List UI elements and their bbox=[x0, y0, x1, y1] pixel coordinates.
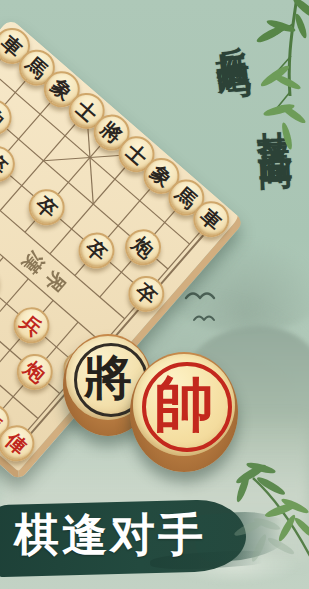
calligraphy-column-1: 兵挺炮鸣 bbox=[205, 18, 253, 51]
title-banner: 棋逢对手 bbox=[0, 494, 309, 589]
red-ring bbox=[142, 362, 232, 452]
xiangqi-promo-screen: 兵挺炮鸣 技艺盖世间 楚河 漢界 車馬象士將士象馬車炮炮卒卒卒卒卒兵兵兵兵兵炮炮… bbox=[0, 0, 309, 589]
featured-red-general-piece[interactable]: 帥 bbox=[130, 352, 238, 472]
birds-icon bbox=[182, 286, 226, 332]
banner-title: 棋逢对手 bbox=[14, 512, 206, 557]
calligraphy-column-2: 技艺盖世间 bbox=[249, 103, 296, 135]
